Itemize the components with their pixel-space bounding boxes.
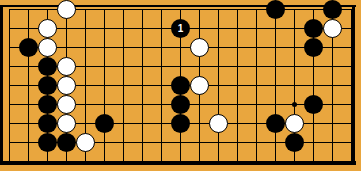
white-stone <box>323 19 342 38</box>
black-stone <box>38 57 57 76</box>
white-stone <box>190 76 209 95</box>
board-edge-right <box>352 5 355 165</box>
white-stone <box>57 0 76 19</box>
go-board[interactable]: 1 <box>0 0 361 171</box>
white-stone <box>57 57 76 76</box>
black-stone <box>171 95 190 114</box>
black-stone <box>171 114 190 133</box>
white-stone <box>38 19 57 38</box>
board-edge-left <box>0 5 3 165</box>
white-stone <box>209 114 228 133</box>
black-stone <box>19 38 38 57</box>
black-stone <box>266 0 285 19</box>
black-stone <box>38 95 57 114</box>
black-stone <box>171 19 190 38</box>
white-stone <box>38 38 57 57</box>
black-stone <box>38 133 57 152</box>
white-stone <box>76 133 95 152</box>
black-stone <box>38 76 57 95</box>
black-stone <box>304 95 323 114</box>
board-edge-top <box>0 5 356 7</box>
star-point <box>292 102 297 107</box>
white-stone <box>285 114 304 133</box>
white-stone <box>57 76 76 95</box>
black-stone <box>323 0 342 19</box>
black-stone <box>95 114 114 133</box>
white-stone <box>57 95 76 114</box>
black-stone <box>304 38 323 57</box>
black-stone <box>171 76 190 95</box>
black-stone <box>304 19 323 38</box>
black-stone <box>57 133 76 152</box>
black-stone <box>266 114 285 133</box>
black-stone <box>285 133 304 152</box>
white-stone <box>190 38 209 57</box>
white-stone <box>57 114 76 133</box>
board-edge-bottom <box>0 161 356 165</box>
black-stone <box>38 114 57 133</box>
